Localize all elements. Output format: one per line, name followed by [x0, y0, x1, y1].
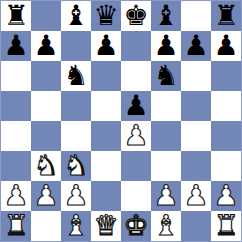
square-c4[interactable]	[61, 121, 91, 151]
white-pawn-b2[interactable]: ♟	[33, 182, 58, 210]
square-a6[interactable]	[1, 61, 31, 91]
black-rook-a8[interactable]: ♜	[3, 2, 28, 30]
square-b7[interactable]: ♟	[31, 31, 61, 61]
square-c1[interactable]: ♝	[61, 211, 91, 241]
black-queen-d8[interactable]: ♛	[93, 2, 118, 30]
black-bishop-c8[interactable]: ♝	[63, 2, 88, 30]
white-rook-a1[interactable]: ♜	[3, 212, 28, 240]
square-e1[interactable]: ♚	[121, 211, 151, 241]
square-h4[interactable]	[211, 121, 241, 151]
square-d6[interactable]	[91, 61, 121, 91]
white-pawn-a2[interactable]: ♟	[3, 182, 28, 210]
white-pawn-f2[interactable]: ♟	[153, 182, 178, 210]
square-d5[interactable]	[91, 91, 121, 121]
square-d2[interactable]	[91, 181, 121, 211]
square-c2[interactable]: ♟	[61, 181, 91, 211]
square-f8[interactable]: ♝	[151, 1, 181, 31]
square-a5[interactable]	[1, 91, 31, 121]
square-b8[interactable]	[31, 1, 61, 31]
white-bishop-c1[interactable]: ♝	[63, 212, 88, 240]
square-g1[interactable]	[181, 211, 211, 241]
square-g8[interactable]	[181, 1, 211, 31]
square-a1[interactable]: ♜	[1, 211, 31, 241]
square-f7[interactable]: ♟	[151, 31, 181, 61]
square-b6[interactable]	[31, 61, 61, 91]
square-h1[interactable]: ♜	[211, 211, 241, 241]
square-e6[interactable]	[121, 61, 151, 91]
black-pawn-b7[interactable]: ♟	[33, 32, 58, 60]
square-g7[interactable]: ♟	[181, 31, 211, 61]
square-c8[interactable]: ♝	[61, 1, 91, 31]
square-h8[interactable]: ♜	[211, 1, 241, 31]
square-a2[interactable]: ♟	[1, 181, 31, 211]
square-g3[interactable]	[181, 151, 211, 181]
white-king-e1[interactable]: ♚	[123, 212, 148, 240]
square-b2[interactable]: ♟	[31, 181, 61, 211]
chess-board: ♜♝♛♚♝♜♟♟♟♟♟♟♞♞♟♟♞♞♟♟♟♟♟♟♜♝♛♚♝♜	[0, 0, 242, 242]
square-a7[interactable]: ♟	[1, 31, 31, 61]
square-g4[interactable]	[181, 121, 211, 151]
square-a4[interactable]	[1, 121, 31, 151]
square-f3[interactable]	[151, 151, 181, 181]
square-h2[interactable]: ♟	[211, 181, 241, 211]
square-d7[interactable]: ♟	[91, 31, 121, 61]
black-knight-f6[interactable]: ♞	[153, 62, 178, 90]
square-e3[interactable]	[121, 151, 151, 181]
square-g6[interactable]	[181, 61, 211, 91]
white-pawn-h2[interactable]: ♟	[213, 182, 238, 210]
black-pawn-h7[interactable]: ♟	[213, 32, 238, 60]
black-pawn-e5[interactable]: ♟	[123, 92, 148, 120]
black-knight-c6[interactable]: ♞	[63, 62, 88, 90]
square-d8[interactable]: ♛	[91, 1, 121, 31]
square-c6[interactable]: ♞	[61, 61, 91, 91]
square-f5[interactable]	[151, 91, 181, 121]
black-pawn-d7[interactable]: ♟	[93, 32, 118, 60]
square-h5[interactable]	[211, 91, 241, 121]
white-pawn-e4[interactable]: ♟	[123, 122, 148, 150]
square-d3[interactable]	[91, 151, 121, 181]
square-a8[interactable]: ♜	[1, 1, 31, 31]
square-b1[interactable]	[31, 211, 61, 241]
square-a3[interactable]	[1, 151, 31, 181]
black-rook-h8[interactable]: ♜	[213, 2, 238, 30]
square-e5[interactable]: ♟	[121, 91, 151, 121]
square-h3[interactable]	[211, 151, 241, 181]
white-knight-c3[interactable]: ♞	[63, 152, 88, 180]
square-d4[interactable]	[91, 121, 121, 151]
white-pawn-c2[interactable]: ♟	[63, 182, 88, 210]
square-f6[interactable]: ♞	[151, 61, 181, 91]
square-e8[interactable]: ♚	[121, 1, 151, 31]
square-e2[interactable]	[121, 181, 151, 211]
square-e7[interactable]	[121, 31, 151, 61]
square-g5[interactable]	[181, 91, 211, 121]
white-knight-b3[interactable]: ♞	[33, 152, 58, 180]
square-h7[interactable]: ♟	[211, 31, 241, 61]
square-f2[interactable]: ♟	[151, 181, 181, 211]
square-d1[interactable]: ♛	[91, 211, 121, 241]
black-bishop-f8[interactable]: ♝	[153, 2, 178, 30]
black-pawn-g7[interactable]: ♟	[183, 32, 208, 60]
square-c3[interactable]: ♞	[61, 151, 91, 181]
square-b4[interactable]	[31, 121, 61, 151]
square-c5[interactable]	[61, 91, 91, 121]
square-b3[interactable]: ♞	[31, 151, 61, 181]
square-f1[interactable]: ♝	[151, 211, 181, 241]
square-e4[interactable]: ♟	[121, 121, 151, 151]
square-h6[interactable]	[211, 61, 241, 91]
black-king-e8[interactable]: ♚	[123, 2, 148, 30]
white-rook-h1[interactable]: ♜	[213, 212, 238, 240]
white-queen-d1[interactable]: ♛	[93, 212, 118, 240]
black-pawn-f7[interactable]: ♟	[153, 32, 178, 60]
square-b5[interactable]	[31, 91, 61, 121]
white-bishop-f1[interactable]: ♝	[153, 212, 178, 240]
square-f4[interactable]	[151, 121, 181, 151]
white-pawn-g2[interactable]: ♟	[183, 182, 208, 210]
square-g2[interactable]: ♟	[181, 181, 211, 211]
black-pawn-a7[interactable]: ♟	[3, 32, 28, 60]
square-c7[interactable]	[61, 31, 91, 61]
